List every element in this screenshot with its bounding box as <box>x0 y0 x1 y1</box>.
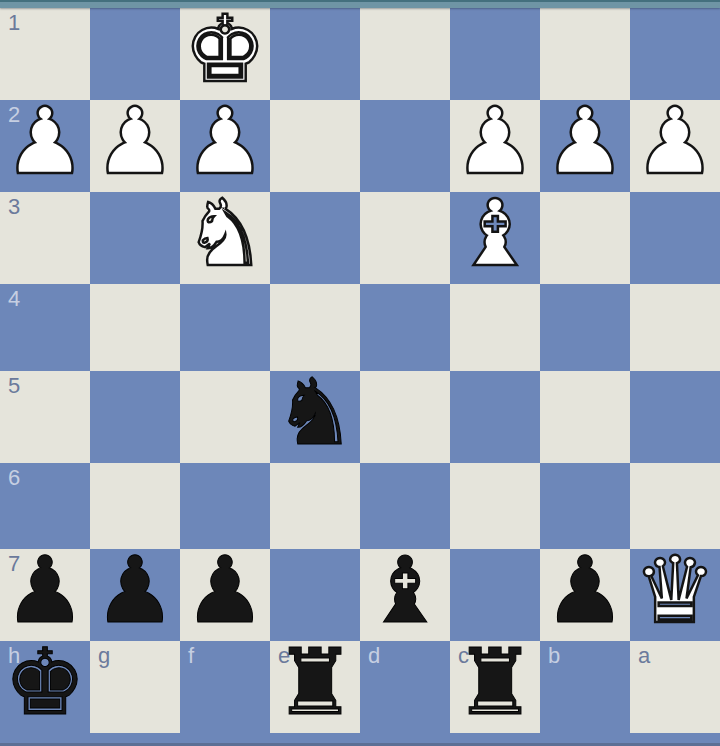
square-b1[interactable] <box>540 8 630 100</box>
rank-label-3: 3 <box>8 195 20 219</box>
square-b7[interactable]: ♟ <box>540 549 630 641</box>
square-c8[interactable]: c♜ <box>450 641 540 733</box>
file-label-b: b <box>548 644 560 668</box>
square-d7[interactable]: ♝ <box>360 549 450 641</box>
square-e1[interactable] <box>270 8 360 100</box>
square-c3[interactable]: ♝ <box>450 192 540 284</box>
black-pawn-icon: ♟ <box>544 545 626 637</box>
file-label-a: a <box>638 644 650 668</box>
white-pawn-icon: ♟ <box>544 96 626 188</box>
white-knight-icon: ♞ <box>184 188 266 280</box>
square-a1[interactable] <box>630 8 720 100</box>
rank-label-1: 1 <box>8 11 20 35</box>
white-bishop-icon: ♝ <box>454 188 536 280</box>
square-c7[interactable] <box>450 549 540 641</box>
file-label-c: c <box>458 644 469 668</box>
square-g2[interactable]: ♟ <box>90 100 180 192</box>
rank-label-4: 4 <box>8 287 20 311</box>
square-h8[interactable]: h♚ <box>0 641 90 733</box>
square-d6[interactable] <box>360 463 450 550</box>
square-f4[interactable] <box>180 284 270 371</box>
square-g1[interactable] <box>90 8 180 100</box>
square-h5[interactable]: 5 <box>0 371 90 463</box>
square-d5[interactable] <box>360 371 450 463</box>
square-b5[interactable] <box>540 371 630 463</box>
rank-label-2: 2 <box>8 103 20 127</box>
white-pawn-icon: ♟ <box>4 96 86 188</box>
square-c6[interactable] <box>450 463 540 550</box>
square-a3[interactable] <box>630 192 720 284</box>
square-h6[interactable]: 6 <box>0 463 90 550</box>
square-g4[interactable] <box>90 284 180 371</box>
square-f2[interactable]: ♟ <box>180 100 270 192</box>
square-h3[interactable]: 3 <box>0 192 90 284</box>
square-b3[interactable] <box>540 192 630 284</box>
white-queen-icon: ♛ <box>634 545 716 637</box>
square-a7[interactable]: ♛ <box>630 549 720 641</box>
black-pawn-icon: ♟ <box>184 545 266 637</box>
square-b8[interactable]: b <box>540 641 630 733</box>
square-c4[interactable] <box>450 284 540 371</box>
square-b4[interactable] <box>540 284 630 371</box>
square-d1[interactable] <box>360 8 450 100</box>
black-rook-icon: ♜ <box>454 637 536 729</box>
square-a6[interactable] <box>630 463 720 550</box>
black-pawn-icon: ♟ <box>4 545 86 637</box>
file-label-h: h <box>8 644 20 668</box>
square-b6[interactable] <box>540 463 630 550</box>
black-king-icon: ♚ <box>4 637 86 729</box>
black-knight-icon: ♞ <box>274 367 356 459</box>
board-bottom-strip <box>0 733 720 746</box>
black-bishop-icon: ♝ <box>364 545 446 637</box>
square-g3[interactable] <box>90 192 180 284</box>
file-label-e: e <box>278 644 290 668</box>
file-label-f: f <box>188 644 194 668</box>
file-label-g: g <box>98 644 110 668</box>
square-e6[interactable] <box>270 463 360 550</box>
square-h1[interactable]: 1 <box>0 8 90 100</box>
square-f5[interactable] <box>180 371 270 463</box>
square-g7[interactable]: ♟ <box>90 549 180 641</box>
square-d2[interactable] <box>360 100 450 192</box>
rank-label-6: 6 <box>8 466 20 490</box>
square-c5[interactable] <box>450 371 540 463</box>
square-h2[interactable]: 2♟ <box>0 100 90 192</box>
square-d3[interactable] <box>360 192 450 284</box>
square-e3[interactable] <box>270 192 360 284</box>
black-rook-icon: ♜ <box>274 637 356 729</box>
square-h7[interactable]: 7♟ <box>0 549 90 641</box>
white-king-icon: ♚ <box>184 4 266 96</box>
square-c1[interactable] <box>450 8 540 100</box>
square-f8[interactable]: f <box>180 641 270 733</box>
square-e5[interactable]: ♞ <box>270 371 360 463</box>
square-g5[interactable] <box>90 371 180 463</box>
square-e2[interactable] <box>270 100 360 192</box>
white-pawn-icon: ♟ <box>94 96 176 188</box>
square-f6[interactable] <box>180 463 270 550</box>
square-e8[interactable]: e♜ <box>270 641 360 733</box>
square-b2[interactable]: ♟ <box>540 100 630 192</box>
chess-board: 1♚2♟♟♟♟♟♟3♞♝45♞67♟♟♟♝♟♛h♚gfe♜dc♜ba <box>0 8 720 733</box>
top-bar <box>0 0 720 8</box>
black-pawn-icon: ♟ <box>94 545 176 637</box>
chess-app-screen: 1♚2♟♟♟♟♟♟3♞♝45♞67♟♟♟♝♟♛h♚gfe♜dc♜ba <box>0 0 720 746</box>
square-e4[interactable] <box>270 284 360 371</box>
file-label-d: d <box>368 644 380 668</box>
square-a8[interactable]: a <box>630 641 720 733</box>
square-f1[interactable]: ♚ <box>180 8 270 100</box>
square-g8[interactable]: g <box>90 641 180 733</box>
square-h4[interactable]: 4 <box>0 284 90 371</box>
square-d4[interactable] <box>360 284 450 371</box>
square-c2[interactable]: ♟ <box>450 100 540 192</box>
square-a4[interactable] <box>630 284 720 371</box>
square-g6[interactable] <box>90 463 180 550</box>
rank-label-7: 7 <box>8 552 20 576</box>
square-e7[interactable] <box>270 549 360 641</box>
square-a5[interactable] <box>630 371 720 463</box>
white-pawn-icon: ♟ <box>184 96 266 188</box>
square-f3[interactable]: ♞ <box>180 192 270 284</box>
white-pawn-icon: ♟ <box>634 96 716 188</box>
rank-label-5: 5 <box>8 374 20 398</box>
square-a2[interactable]: ♟ <box>630 100 720 192</box>
square-f7[interactable]: ♟ <box>180 549 270 641</box>
white-pawn-icon: ♟ <box>454 96 536 188</box>
square-d8[interactable]: d <box>360 641 450 733</box>
